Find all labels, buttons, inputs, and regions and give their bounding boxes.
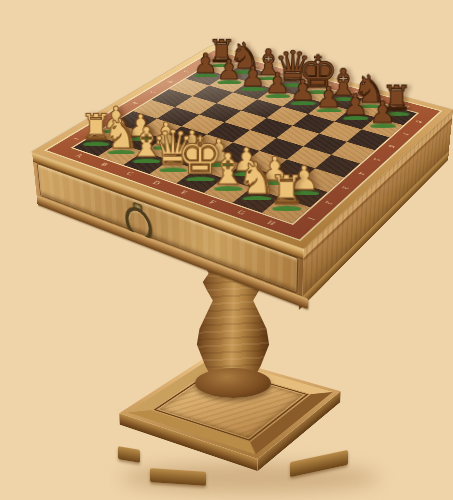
chess-table-photo: ABCDEFGH ABCDEFGH 87654321 87654321 ♜♞♝♛…: [0, 0, 453, 500]
piece-white-rook-h1[interactable]: ♜: [261, 142, 311, 210]
white-rook-glyph: ♜: [268, 170, 304, 210]
piece-black-pawn-h7[interactable]: ♟: [361, 68, 405, 128]
black-pawn-glyph: ♟: [369, 97, 396, 127]
board-box: ABCDEFGH ABCDEFGH 87654321 87654321 ♜♞♝♛…: [32, 46, 453, 249]
pedestal-column-foot: [195, 368, 271, 398]
ring-pull-ring: [122, 205, 156, 242]
base-foot: [118, 446, 140, 463]
